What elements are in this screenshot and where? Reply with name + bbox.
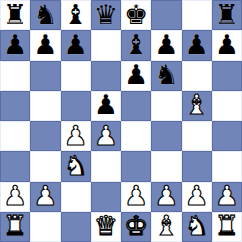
piece-white-queen-d1[interactable]: ♛: [94, 212, 118, 239]
square-f1[interactable]: ♝: [151, 212, 181, 242]
square-d2[interactable]: [91, 182, 121, 212]
square-e7[interactable]: ♝: [121, 30, 151, 60]
square-b1[interactable]: [30, 212, 60, 242]
piece-black-knight-b8[interactable]: ♞: [33, 1, 57, 28]
piece-white-pawn-g2[interactable]: ♟: [185, 182, 209, 209]
square-e2[interactable]: ♟: [121, 182, 151, 212]
square-f4[interactable]: [151, 121, 181, 151]
square-d4[interactable]: ♟: [91, 121, 121, 151]
square-g3[interactable]: [182, 151, 212, 181]
piece-white-knight-c3[interactable]: ♞: [64, 152, 88, 179]
piece-black-pawn-g7[interactable]: ♟: [185, 31, 209, 58]
square-h2[interactable]: ♟: [212, 182, 242, 212]
square-e4[interactable]: [121, 121, 151, 151]
piece-white-pawn-e2[interactable]: ♟: [124, 182, 148, 209]
piece-white-bishop-f1[interactable]: ♝: [154, 212, 178, 239]
piece-white-pawn-b2[interactable]: ♟: [33, 182, 57, 209]
square-c6[interactable]: [61, 61, 91, 91]
square-d3[interactable]: [91, 151, 121, 181]
square-h1[interactable]: ♜: [212, 212, 242, 242]
square-c3[interactable]: ♞: [61, 151, 91, 181]
chess-board: ♜♞♝♛♚♜♟♟♟♝♟♟♟♟♞♟♝♟♟♞♟♟♟♟♟♟♜♛♚♝♞♜: [0, 0, 242, 242]
square-g4[interactable]: [182, 121, 212, 151]
square-d5[interactable]: ♟: [91, 91, 121, 121]
square-f3[interactable]: [151, 151, 181, 181]
square-f5[interactable]: [151, 91, 181, 121]
square-c4[interactable]: ♟: [61, 121, 91, 151]
piece-black-bishop-c8[interactable]: ♝: [64, 1, 88, 28]
square-f7[interactable]: ♟: [151, 30, 181, 60]
piece-black-rook-h8[interactable]: ♜: [215, 1, 239, 28]
piece-white-pawn-f2[interactable]: ♟: [154, 182, 178, 209]
piece-black-pawn-e6[interactable]: ♟: [124, 61, 148, 88]
square-h4[interactable]: [212, 121, 242, 151]
square-e1[interactable]: ♚: [121, 212, 151, 242]
square-a5[interactable]: [0, 91, 30, 121]
square-d8[interactable]: ♛: [91, 0, 121, 30]
piece-white-pawn-d4[interactable]: ♟: [94, 122, 118, 149]
piece-white-pawn-h2[interactable]: ♟: [215, 182, 239, 209]
square-c7[interactable]: ♟: [61, 30, 91, 60]
square-g8[interactable]: [182, 0, 212, 30]
square-d1[interactable]: ♛: [91, 212, 121, 242]
square-g2[interactable]: ♟: [182, 182, 212, 212]
square-a7[interactable]: ♟: [0, 30, 30, 60]
square-a4[interactable]: [0, 121, 30, 151]
square-h3[interactable]: [212, 151, 242, 181]
square-g7[interactable]: ♟: [182, 30, 212, 60]
piece-black-queen-d8[interactable]: ♛: [94, 1, 118, 28]
square-h8[interactable]: ♜: [212, 0, 242, 30]
square-g1[interactable]: ♞: [182, 212, 212, 242]
square-f6[interactable]: ♞: [151, 61, 181, 91]
square-b4[interactable]: [30, 121, 60, 151]
square-g5[interactable]: ♝: [182, 91, 212, 121]
piece-white-king-e1[interactable]: ♚: [124, 212, 148, 239]
square-a6[interactable]: [0, 61, 30, 91]
square-b5[interactable]: [30, 91, 60, 121]
square-d6[interactable]: [91, 61, 121, 91]
piece-black-pawn-c7[interactable]: ♟: [64, 31, 88, 58]
piece-black-rook-a8[interactable]: ♜: [3, 1, 27, 28]
square-e5[interactable]: [121, 91, 151, 121]
square-b7[interactable]: ♟: [30, 30, 60, 60]
piece-black-pawn-a7[interactable]: ♟: [3, 31, 27, 58]
square-e8[interactable]: ♚: [121, 0, 151, 30]
piece-white-pawn-a2[interactable]: ♟: [3, 182, 27, 209]
square-a8[interactable]: ♜: [0, 0, 30, 30]
piece-white-rook-a1[interactable]: ♜: [3, 212, 27, 239]
square-b3[interactable]: [30, 151, 60, 181]
piece-white-bishop-g5[interactable]: ♝: [185, 91, 209, 118]
square-f8[interactable]: [151, 0, 181, 30]
piece-black-bishop-e7[interactable]: ♝: [124, 31, 148, 58]
piece-black-pawn-d5[interactable]: ♟: [94, 91, 118, 118]
square-c8[interactable]: ♝: [61, 0, 91, 30]
piece-black-pawn-h7[interactable]: ♟: [215, 31, 239, 58]
square-f2[interactable]: ♟: [151, 182, 181, 212]
piece-white-rook-h1[interactable]: ♜: [215, 212, 239, 239]
square-d7[interactable]: [91, 30, 121, 60]
piece-white-knight-g1[interactable]: ♞: [185, 212, 209, 239]
square-c2[interactable]: [61, 182, 91, 212]
square-h5[interactable]: [212, 91, 242, 121]
square-e6[interactable]: ♟: [121, 61, 151, 91]
square-g6[interactable]: [182, 61, 212, 91]
square-b6[interactable]: [30, 61, 60, 91]
piece-black-pawn-b7[interactable]: ♟: [33, 31, 57, 58]
piece-black-knight-f6[interactable]: ♞: [154, 61, 178, 88]
square-a2[interactable]: ♟: [0, 182, 30, 212]
square-h7[interactable]: ♟: [212, 30, 242, 60]
square-c5[interactable]: [61, 91, 91, 121]
piece-white-pawn-c4[interactable]: ♟: [64, 122, 88, 149]
piece-black-king-e8[interactable]: ♚: [124, 1, 148, 28]
piece-black-pawn-f7[interactable]: ♟: [154, 31, 178, 58]
square-b8[interactable]: ♞: [30, 0, 60, 30]
square-h6[interactable]: [212, 61, 242, 91]
square-c1[interactable]: [61, 212, 91, 242]
square-e3[interactable]: [121, 151, 151, 181]
square-a3[interactable]: [0, 151, 30, 181]
square-a1[interactable]: ♜: [0, 212, 30, 242]
square-b2[interactable]: ♟: [30, 182, 60, 212]
